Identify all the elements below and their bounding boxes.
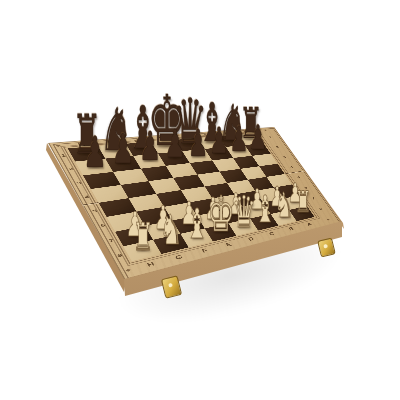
piece-wN-b8[interactable]: ♞ <box>275 188 294 223</box>
piece-bP-h2[interactable]: ♟ <box>83 130 107 173</box>
piece-wB-c8[interactable]: ♝ <box>254 191 275 228</box>
piece-wN-g8[interactable]: ♞ <box>160 209 183 251</box>
piece-bP-f2[interactable]: ♟ <box>139 127 161 167</box>
piece-wR-h8[interactable]: ♜ <box>133 218 154 256</box>
piece-wR-a8[interactable]: ♜ <box>294 189 310 219</box>
piece-bP-d2[interactable]: ♟ <box>187 124 208 161</box>
piece-bP-b2[interactable]: ♟ <box>230 122 249 157</box>
chess-set-photo: HHGGFFEEDDCCBBAA1122334455667788 ♜♞♝♚♛♝♞… <box>0 0 400 400</box>
piece-bP-g2[interactable]: ♟ <box>112 129 135 170</box>
piece-bP-e2[interactable]: ♟ <box>164 126 185 165</box>
piece-wQ-d8[interactable]: ♛ <box>232 190 256 234</box>
piece-wB-f8[interactable]: ♝ <box>186 203 209 245</box>
piece-bP-c2[interactable]: ♟ <box>209 123 229 159</box>
pieces-layer: ♜♞♝♚♛♝♞♜♟♟♟♟♟♟♟♟♟♟♟♟♟♟♟♟♜♞♝♚♛♝♞♜ <box>0 0 400 400</box>
piece-bP-a2[interactable]: ♟ <box>249 121 268 155</box>
